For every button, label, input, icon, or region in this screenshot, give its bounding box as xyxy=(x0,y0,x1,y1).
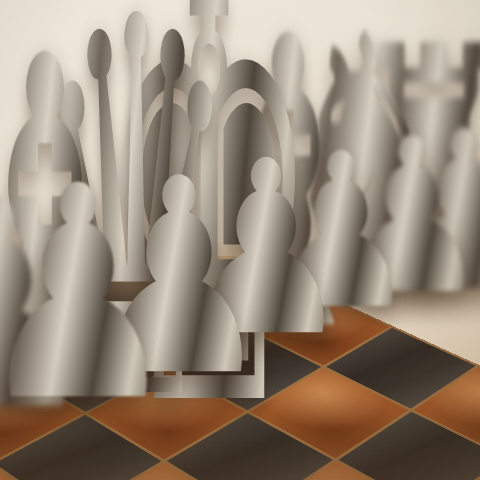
white-pawn-c2[interactable]: ♟ xyxy=(0,147,181,441)
chess-photo-scene: ♟♝♛♚♝♞♜♟♟♟♟♟♟ xyxy=(0,0,480,480)
pieces-layer: ♟♝♛♚♝♞♜♟♟♟♟♟♟ xyxy=(0,0,480,480)
